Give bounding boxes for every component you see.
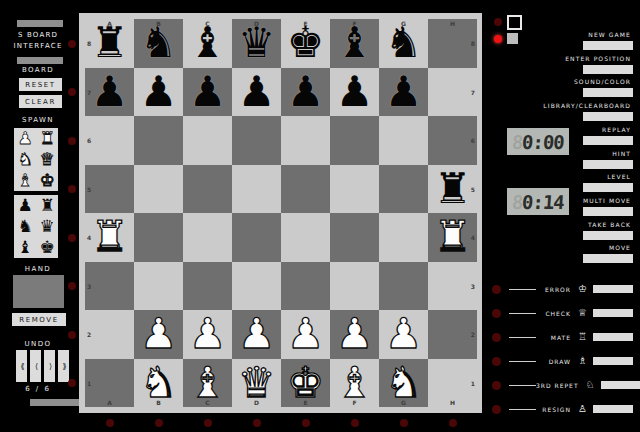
- file-e-led: [302, 419, 310, 427]
- mate-led: [492, 333, 501, 342]
- replay-button[interactable]: [583, 136, 633, 145]
- rank-label-left: 5: [87, 185, 91, 192]
- status-row-error: ERROR♔: [492, 283, 633, 295]
- square-b6[interactable]: [134, 116, 183, 165]
- square-b7[interactable]: ♟: [134, 68, 183, 117]
- take-back-button[interactable]: [583, 231, 633, 240]
- rank-5-led: [68, 185, 76, 193]
- board-frame: A8♜B♞C♝D♛E♚F♝G♞H87♟♟♟♟♟♟♟76655♜4♜4♜332♟♟…: [79, 13, 482, 413]
- square-h6[interactable]: 6: [428, 116, 477, 165]
- spawn-black-pawn[interactable]: ♟: [14, 195, 36, 216]
- square-c7[interactable]: ♟: [183, 68, 232, 117]
- square-d1[interactable]: D♛: [232, 359, 281, 408]
- rank-label-right: 5: [471, 185, 475, 192]
- square-g3[interactable]: [379, 262, 428, 311]
- piece-black-pawn: ♟: [85, 68, 134, 117]
- error-button[interactable]: [593, 285, 633, 293]
- square-c3[interactable]: [183, 262, 232, 311]
- square-d2[interactable]: ♟: [232, 310, 281, 359]
- spawn-black-king[interactable]: ♚: [36, 237, 58, 258]
- function-library-clearboard: LIBRARY/CLEARBOARD: [500, 102, 635, 121]
- spawn-white-king[interactable]: ♚: [36, 170, 58, 191]
- square-f5[interactable]: [330, 165, 379, 214]
- file-label-top: A: [107, 20, 112, 27]
- square-a3[interactable]: 3: [85, 262, 134, 311]
- rank-8-led: [68, 40, 76, 48]
- reset-button[interactable]: RESET: [19, 78, 62, 91]
- rank-label-right: 2: [471, 331, 475, 338]
- rank-label-left: 1: [87, 379, 91, 386]
- rook-icon: ♖: [576, 332, 589, 342]
- square-e4[interactable]: [281, 213, 330, 262]
- library-clearboard-button[interactable]: [583, 112, 633, 121]
- function-button-label: TAKE BACK: [500, 221, 635, 228]
- rank-label-left: 7: [87, 88, 91, 95]
- hint-button[interactable]: [583, 160, 633, 169]
- square-c6[interactable]: [183, 116, 232, 165]
- status-row-draw: DRAW♗: [492, 355, 633, 367]
- chess-board: A8♜B♞C♝D♛E♚F♝G♞H87♟♟♟♟♟♟♟76655♜4♜4♜332♟♟…: [85, 19, 477, 407]
- status-row-check: CHECK♕: [492, 307, 633, 319]
- decor-bar-bottom: [30, 399, 86, 406]
- hand-section-label: HAND: [2, 265, 74, 273]
- app-title-line1: S BOARD: [1, 30, 75, 41]
- square-h2[interactable]: 2: [428, 310, 477, 359]
- file-label-bottom: A: [107, 399, 112, 406]
- square-f3[interactable]: [330, 262, 379, 311]
- rank-2-led: [68, 331, 76, 339]
- status-row-resign: RESIGN♙: [492, 403, 633, 415]
- rank-label-left: 6: [87, 137, 91, 144]
- rank-label-left: 3: [87, 282, 91, 289]
- square-e2[interactable]: ♟: [281, 310, 330, 359]
- file-label-top: H: [450, 20, 455, 27]
- square-f1[interactable]: F♝: [330, 359, 379, 408]
- draw-led: [492, 357, 501, 366]
- status-label: DRAW: [536, 358, 576, 365]
- piece-white-pawn: ♟: [183, 310, 232, 359]
- square-c8[interactable]: C♝: [183, 19, 232, 68]
- file-label-bottom: H: [450, 399, 455, 406]
- app-title-line2: INTERFACE: [1, 41, 75, 52]
- square-d5[interactable]: [232, 165, 281, 214]
- function-take-back: TAKE BACK: [500, 221, 635, 240]
- rank-label-right: 6: [471, 137, 475, 144]
- decor-bar-top: [17, 20, 63, 27]
- function-button-label: MOVE: [500, 244, 635, 251]
- rank-label-left: 2: [87, 331, 91, 338]
- black-clock-display: 80:14: [507, 188, 569, 215]
- square-g7[interactable]: ♟: [379, 68, 428, 117]
- square-c1[interactable]: C♝: [183, 359, 232, 408]
- clock-time: 0:00: [521, 131, 564, 153]
- spawn-black-knight[interactable]: ♞: [14, 216, 36, 237]
- function-enter-position: ENTER POSITION: [500, 55, 635, 74]
- undo-controls: ⟨⟨⟨⟩⟩⟩: [16, 350, 69, 382]
- spawn-white-bishop[interactable]: ♝: [14, 170, 36, 191]
- square-h5[interactable]: 5♜: [428, 165, 477, 214]
- status-label: RESIGN: [536, 406, 576, 413]
- square-f8[interactable]: F♝: [330, 19, 379, 68]
- undo-rewind-button[interactable]: ⟨⟨: [16, 350, 27, 382]
- square-b4[interactable]: [134, 213, 183, 262]
- app-title: S BOARD INTERFACE: [1, 30, 75, 52]
- rank-label-right: 7: [471, 88, 475, 95]
- white-square-indicator: [507, 15, 522, 30]
- spawn-section-label: SPAWN: [2, 116, 74, 124]
- piece-white-pawn: ♟: [379, 310, 428, 359]
- spawn-white-queen[interactable]: ♛: [36, 149, 58, 170]
- clock-time: 0:14: [521, 191, 564, 213]
- square-b2[interactable]: ♟: [134, 310, 183, 359]
- piece-white-rook: ♜: [85, 213, 134, 262]
- piece-black-pawn: ♟: [232, 68, 281, 117]
- status-line: [509, 385, 536, 386]
- piece-white-pawn: ♟: [330, 310, 379, 359]
- square-e1[interactable]: E♚: [281, 359, 330, 408]
- square-h1[interactable]: H1: [428, 359, 477, 408]
- status-line: [509, 361, 536, 362]
- bishop-icon: ♗: [576, 356, 589, 366]
- status-label: ERROR: [536, 286, 576, 293]
- square-d7[interactable]: ♟: [232, 68, 281, 117]
- undo-fast-forward-button[interactable]: ⟩⟩: [58, 350, 69, 382]
- rank-4-led: [68, 234, 76, 242]
- 3rd-repet-led: [492, 381, 501, 390]
- square-e8[interactable]: E♚: [281, 19, 330, 68]
- square-g4[interactable]: [379, 213, 428, 262]
- piece-white-pawn: ♟: [134, 310, 183, 359]
- square-e7[interactable]: ♟: [281, 68, 330, 117]
- square-g6[interactable]: [379, 116, 428, 165]
- square-b5[interactable]: [134, 165, 183, 214]
- chess-computer-interface: S BOARD INTERFACE BOARD RESET CLEAR SPAW…: [0, 0, 640, 432]
- square-b3[interactable]: [134, 262, 183, 311]
- file-label-bottom: G: [401, 399, 406, 406]
- square-f4[interactable]: [330, 213, 379, 262]
- rank-label-right: 1: [471, 379, 475, 386]
- spawn-white-knight[interactable]: ♞: [14, 149, 36, 170]
- status-line: [509, 409, 536, 410]
- square-h8[interactable]: H8: [428, 19, 477, 68]
- file-b-led: [155, 419, 163, 427]
- square-a1[interactable]: A1: [85, 359, 134, 408]
- resign-button[interactable]: [593, 405, 633, 413]
- function-move: MOVE: [500, 244, 635, 263]
- resign-led: [492, 405, 501, 414]
- file-label-top: B: [156, 20, 161, 27]
- hand-box[interactable]: [13, 275, 64, 308]
- rank-label-right: 4: [471, 234, 475, 241]
- square-f7[interactable]: ♟: [330, 68, 379, 117]
- file-d-led: [253, 419, 261, 427]
- square-a5[interactable]: 5: [85, 165, 134, 214]
- piece-black-rook: ♜: [428, 165, 477, 214]
- board-section-label: BOARD: [2, 66, 74, 74]
- status-row-mate: MATE♖: [492, 331, 633, 343]
- function-new-game: NEW GAME: [500, 31, 635, 50]
- square-f2[interactable]: ♟: [330, 310, 379, 359]
- white-turn-led: [494, 18, 502, 26]
- square-h7[interactable]: 7: [428, 68, 477, 117]
- square-c2[interactable]: ♟: [183, 310, 232, 359]
- rank-6-led: [68, 137, 76, 145]
- rank-7-led: [68, 88, 76, 96]
- check-button[interactable]: [593, 309, 633, 317]
- knight-icon: ♘: [584, 380, 597, 390]
- rank-1-led: [68, 379, 76, 387]
- square-a8[interactable]: A8♜: [85, 19, 134, 68]
- undo-back-button[interactable]: ⟨: [30, 350, 41, 382]
- enter-position-button[interactable]: [583, 65, 633, 74]
- file-label-bottom: C: [205, 399, 209, 406]
- check-led: [492, 309, 501, 318]
- spawn-white-rook[interactable]: ♜: [36, 128, 58, 149]
- square-d4[interactable]: [232, 213, 281, 262]
- remove-button[interactable]: REMOVE: [12, 313, 66, 326]
- new-game-button[interactable]: [583, 41, 633, 50]
- square-c5[interactable]: [183, 165, 232, 214]
- pawn-icon: ♙: [576, 404, 589, 414]
- square-d8[interactable]: D♛: [232, 19, 281, 68]
- status-row-3rd-repet: 3RD REPET♘: [492, 379, 633, 391]
- square-e3[interactable]: [281, 262, 330, 311]
- undo-counter: 6 / 6: [2, 385, 74, 393]
- 3rd-repet-button[interactable]: [601, 381, 640, 389]
- square-b8[interactable]: B♞: [134, 19, 183, 68]
- move-button[interactable]: [583, 254, 633, 263]
- king-icon: ♔: [576, 284, 589, 294]
- mate-button[interactable]: [593, 333, 633, 341]
- square-a7[interactable]: 7♟: [85, 68, 134, 117]
- spawn-tray-white: ♟♜♞♛♝♚: [14, 128, 58, 191]
- square-g1[interactable]: G♞: [379, 359, 428, 408]
- spawn-black-rook[interactable]: ♜: [36, 195, 58, 216]
- draw-button[interactable]: [593, 357, 633, 365]
- file-label-top: F: [352, 20, 356, 27]
- white-clock-display: 80:00: [507, 128, 569, 155]
- piece-white-rook: ♜: [428, 213, 477, 262]
- level-button[interactable]: [583, 183, 633, 192]
- piece-black-pawn: ♟: [281, 68, 330, 117]
- function-sound-color: SOUND/COLOR: [500, 78, 635, 97]
- square-g5[interactable]: [379, 165, 428, 214]
- error-led: [492, 285, 501, 294]
- file-label-top: E: [303, 20, 307, 27]
- file-a-led: [106, 419, 114, 427]
- square-d3[interactable]: [232, 262, 281, 311]
- queen-icon: ♕: [576, 308, 589, 318]
- status-label: 3RD REPET: [536, 382, 584, 389]
- sound-color-button[interactable]: [583, 88, 633, 97]
- square-a6[interactable]: 6: [85, 116, 134, 165]
- status-line: [509, 289, 536, 290]
- piece-black-pawn: ♟: [183, 68, 232, 117]
- file-g-led: [400, 419, 408, 427]
- square-g2[interactable]: ♟: [379, 310, 428, 359]
- file-label-top: G: [401, 20, 406, 27]
- spawn-black-bishop[interactable]: ♝: [14, 237, 36, 258]
- status-line: [509, 337, 536, 338]
- multi-move-button[interactable]: [583, 207, 633, 216]
- piece-black-pawn: ♟: [330, 68, 379, 117]
- function-button-label: NEW GAME: [500, 31, 635, 38]
- square-a2[interactable]: 2: [85, 310, 134, 359]
- square-a4[interactable]: 4♜: [85, 213, 134, 262]
- file-label-bottom: D: [254, 399, 259, 406]
- square-f6[interactable]: [330, 116, 379, 165]
- piece-white-pawn: ♟: [281, 310, 330, 359]
- rank-label-left: 4: [87, 234, 91, 241]
- clear-button[interactable]: CLEAR: [19, 95, 62, 108]
- function-button-label: SOUND/COLOR: [500, 78, 635, 85]
- spawn-black-queen[interactable]: ♛: [36, 216, 58, 237]
- rank-label-right: 3: [471, 282, 475, 289]
- piece-black-pawn: ♟: [379, 68, 428, 117]
- file-label-bottom: B: [156, 399, 161, 406]
- square-b1[interactable]: B♞: [134, 359, 183, 408]
- undo-forward-button[interactable]: ⟩: [44, 350, 55, 382]
- piece-white-pawn: ♟: [232, 310, 281, 359]
- function-button-label: ENTER POSITION: [500, 55, 635, 62]
- file-f-led: [351, 419, 359, 427]
- square-c4[interactable]: [183, 213, 232, 262]
- status-line: [509, 313, 536, 314]
- square-g8[interactable]: G♞: [379, 19, 428, 68]
- undo-section-label: UNDO: [2, 340, 74, 348]
- rank-3-led: [68, 282, 76, 290]
- rank-label-left: 8: [87, 40, 91, 47]
- file-c-led: [204, 419, 212, 427]
- square-d6[interactable]: [232, 116, 281, 165]
- square-e5[interactable]: [281, 165, 330, 214]
- decor-bar-title: [17, 57, 63, 64]
- spawn-white-pawn[interactable]: ♟: [14, 128, 36, 149]
- spawn-tray-black: ♟♜♞♛♝♚: [14, 195, 58, 258]
- file-label-top: D: [254, 20, 259, 27]
- function-button-label: LIBRARY/CLEARBOARD: [500, 102, 635, 109]
- status-label: CHECK: [536, 310, 576, 317]
- file-label-bottom: E: [303, 399, 307, 406]
- file-label-bottom: F: [352, 399, 356, 406]
- square-e6[interactable]: [281, 116, 330, 165]
- file-h-led: [449, 419, 457, 427]
- square-h4[interactable]: 4♜: [428, 213, 477, 262]
- function-button-label: LEVEL: [500, 173, 635, 180]
- status-label: MATE: [536, 334, 576, 341]
- piece-black-pawn: ♟: [134, 68, 183, 117]
- file-label-top: C: [205, 20, 209, 27]
- rank-label-right: 8: [471, 40, 475, 47]
- square-h3[interactable]: 3: [428, 262, 477, 311]
